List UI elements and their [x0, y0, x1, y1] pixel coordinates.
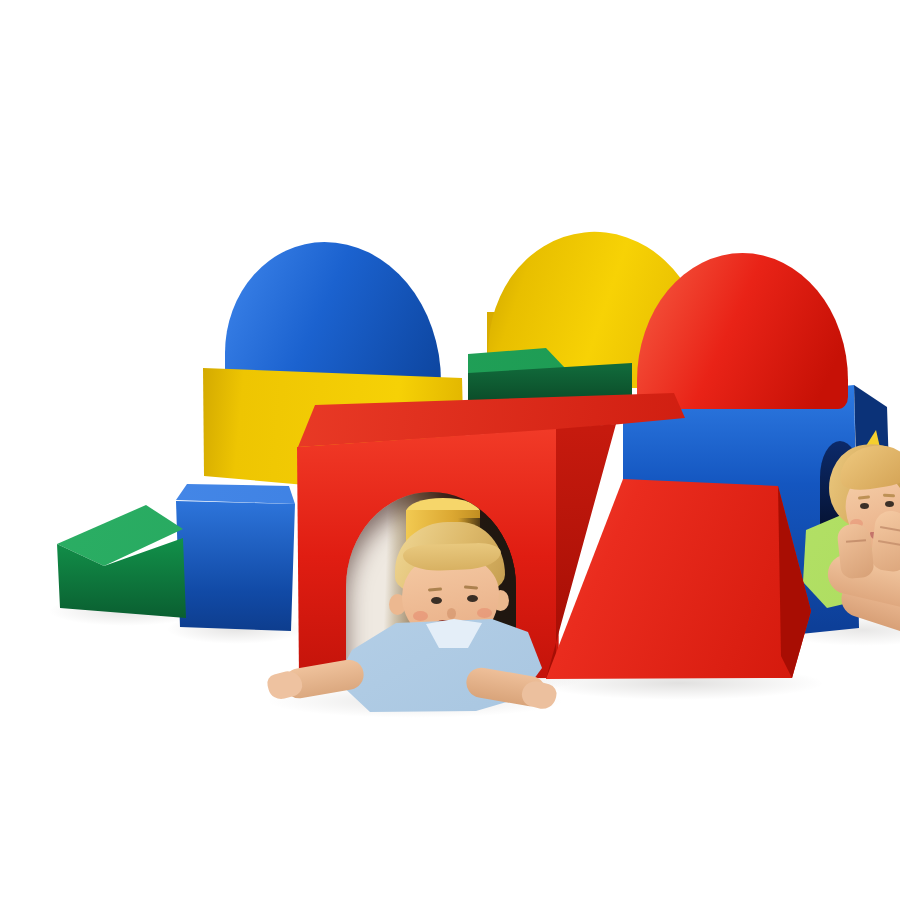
boy-eye-right	[467, 595, 478, 602]
boy-blush-right	[477, 608, 492, 618]
blue-arch-block	[225, 242, 441, 392]
boy-nose	[447, 608, 456, 619]
boy-blush-left	[413, 611, 428, 621]
stage	[40, 16, 900, 900]
girl-eye-right	[885, 501, 894, 507]
soft-play-blocks-photo	[40, 16, 900, 900]
girl-eye-left	[860, 503, 869, 509]
boy-eye-left	[431, 597, 442, 604]
